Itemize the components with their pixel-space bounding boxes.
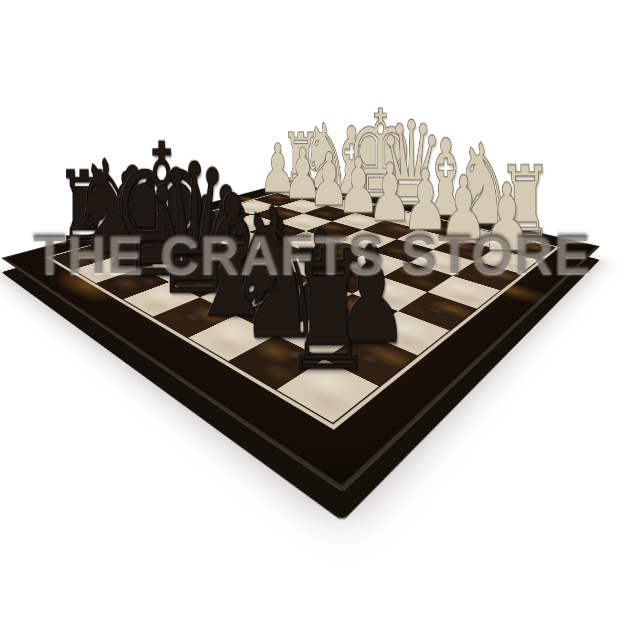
chessboard-3d-scene: ♜♞♝♚♛♝♞♜♟♟♟♟♟♟♟♟♟♟♟♟♟♟♟♟♜♞♝♚♛♝♞♜ (0, 0, 640, 640)
chess-set-photo: ♜♞♝♚♛♝♞♜♟♟♟♟♟♟♟♟♟♟♟♟♟♟♟♟♜♞♝♚♛♝♞♜ THE CRA… (0, 0, 640, 640)
watermark-text: THE CRAFTS STORE (33, 221, 591, 285)
